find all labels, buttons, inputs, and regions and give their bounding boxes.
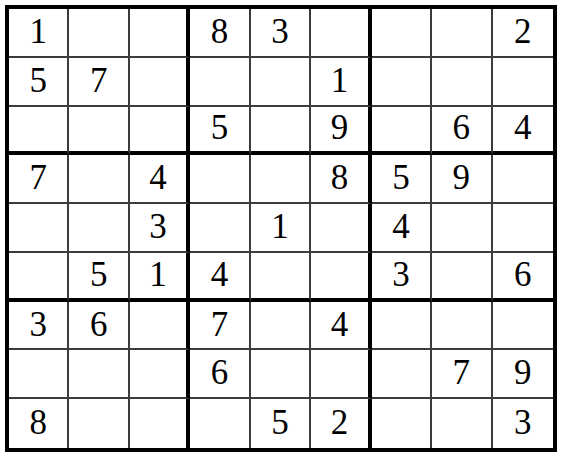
cell-r8c9-given: 9 bbox=[493, 350, 553, 399]
cell-r4c6-given: 8 bbox=[311, 155, 371, 204]
cell-r5c9-empty[interactable] bbox=[493, 204, 553, 253]
cell-r5c3-given: 3 bbox=[130, 204, 190, 253]
cell-r4c5-empty[interactable] bbox=[251, 155, 311, 204]
cell-r3c5-empty[interactable] bbox=[251, 107, 311, 156]
cell-r8c4-given: 6 bbox=[190, 350, 250, 399]
cell-r8c2-empty[interactable] bbox=[69, 350, 129, 399]
cell-r6c1-empty[interactable] bbox=[9, 253, 69, 302]
cell-r2c2-given: 7 bbox=[69, 58, 129, 107]
cell-r4c4-empty[interactable] bbox=[190, 155, 250, 204]
cell-r3c3-empty[interactable] bbox=[130, 107, 190, 156]
cell-r2c6-given: 1 bbox=[311, 58, 371, 107]
cell-r4c8-given: 9 bbox=[432, 155, 492, 204]
cell-r7c2-given: 6 bbox=[69, 302, 129, 351]
cell-r3c6-given: 9 bbox=[311, 107, 371, 156]
cell-r6c7-given: 3 bbox=[372, 253, 432, 302]
cell-r2c8-empty[interactable] bbox=[432, 58, 492, 107]
cell-r1c1-given: 1 bbox=[9, 9, 69, 58]
cell-r7c4-given: 7 bbox=[190, 302, 250, 351]
cell-r1c4-given: 8 bbox=[190, 9, 250, 58]
cell-r1c6-empty[interactable] bbox=[311, 9, 371, 58]
cell-r7c5-empty[interactable] bbox=[251, 302, 311, 351]
cell-r5c4-empty[interactable] bbox=[190, 204, 250, 253]
cell-r3c9-given: 4 bbox=[493, 107, 553, 156]
cell-r2c5-empty[interactable] bbox=[251, 58, 311, 107]
cell-r8c8-given: 7 bbox=[432, 350, 492, 399]
cell-r9c3-empty[interactable] bbox=[130, 399, 190, 448]
cell-r5c1-empty[interactable] bbox=[9, 204, 69, 253]
cell-r9c5-given: 5 bbox=[251, 399, 311, 448]
cell-r6c6-empty[interactable] bbox=[311, 253, 371, 302]
cell-r9c8-empty[interactable] bbox=[432, 399, 492, 448]
cell-r6c9-given: 6 bbox=[493, 253, 553, 302]
cell-r4c7-given: 5 bbox=[372, 155, 432, 204]
cell-r7c9-empty[interactable] bbox=[493, 302, 553, 351]
cell-r7c1-given: 3 bbox=[9, 302, 69, 351]
cell-r2c7-empty[interactable] bbox=[372, 58, 432, 107]
cell-r8c5-empty[interactable] bbox=[251, 350, 311, 399]
cell-r4c9-empty[interactable] bbox=[493, 155, 553, 204]
cell-r3c2-empty[interactable] bbox=[69, 107, 129, 156]
cell-r2c1-given: 5 bbox=[9, 58, 69, 107]
cell-r9c6-given: 2 bbox=[311, 399, 371, 448]
cell-r6c8-empty[interactable] bbox=[432, 253, 492, 302]
cell-r7c3-empty[interactable] bbox=[130, 302, 190, 351]
cell-r5c8-empty[interactable] bbox=[432, 204, 492, 253]
cell-r5c2-empty[interactable] bbox=[69, 204, 129, 253]
cell-r1c2-empty[interactable] bbox=[69, 9, 129, 58]
cell-r4c2-empty[interactable] bbox=[69, 155, 129, 204]
cell-r9c2-empty[interactable] bbox=[69, 399, 129, 448]
cell-r1c7-empty[interactable] bbox=[372, 9, 432, 58]
cell-r1c9-given: 2 bbox=[493, 9, 553, 58]
cell-r7c6-given: 4 bbox=[311, 302, 371, 351]
cell-r2c9-empty[interactable] bbox=[493, 58, 553, 107]
cell-r1c3-empty[interactable] bbox=[130, 9, 190, 58]
sudoku-board: 18325715964748593145143636746798523 bbox=[5, 5, 557, 452]
cell-r1c8-empty[interactable] bbox=[432, 9, 492, 58]
cell-r8c1-empty[interactable] bbox=[9, 350, 69, 399]
cell-r9c9-given: 3 bbox=[493, 399, 553, 448]
cell-r3c7-empty[interactable] bbox=[372, 107, 432, 156]
cell-r6c2-given: 5 bbox=[69, 253, 129, 302]
cell-r8c7-empty[interactable] bbox=[372, 350, 432, 399]
cell-r2c4-empty[interactable] bbox=[190, 58, 250, 107]
cell-r6c3-given: 1 bbox=[130, 253, 190, 302]
cell-r6c5-empty[interactable] bbox=[251, 253, 311, 302]
cell-r2c3-empty[interactable] bbox=[130, 58, 190, 107]
cell-r6c4-given: 4 bbox=[190, 253, 250, 302]
cell-r7c7-empty[interactable] bbox=[372, 302, 432, 351]
cell-r3c4-given: 5 bbox=[190, 107, 250, 156]
cell-r4c3-given: 4 bbox=[130, 155, 190, 204]
cell-r8c6-empty[interactable] bbox=[311, 350, 371, 399]
cell-r1c5-given: 3 bbox=[251, 9, 311, 58]
cell-r5c6-empty[interactable] bbox=[311, 204, 371, 253]
cell-r7c8-empty[interactable] bbox=[432, 302, 492, 351]
cell-r9c4-empty[interactable] bbox=[190, 399, 250, 448]
cell-r5c5-given: 1 bbox=[251, 204, 311, 253]
cell-r3c8-given: 6 bbox=[432, 107, 492, 156]
cell-r5c7-given: 4 bbox=[372, 204, 432, 253]
cell-r4c1-given: 7 bbox=[9, 155, 69, 204]
cell-r3c1-empty[interactable] bbox=[9, 107, 69, 156]
cell-r9c1-given: 8 bbox=[9, 399, 69, 448]
cell-r8c3-empty[interactable] bbox=[130, 350, 190, 399]
cell-r9c7-empty[interactable] bbox=[372, 399, 432, 448]
